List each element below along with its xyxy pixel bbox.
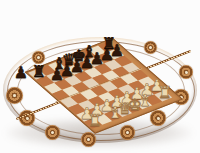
piece-white-rook[interactable]: ♜ bbox=[158, 85, 172, 101]
piece-white-bishop[interactable]: ♝ bbox=[108, 105, 122, 121]
inlay-dot-icon bbox=[126, 131, 129, 134]
inlay-dot-icon bbox=[87, 138, 90, 141]
piece-white-rook[interactable]: ♜ bbox=[88, 113, 102, 129]
piece-black-rook[interactable]: ♜ bbox=[32, 64, 46, 80]
inlay-dot-icon bbox=[26, 117, 29, 120]
inlay-dot-icon bbox=[37, 56, 40, 59]
inlay-dot-icon bbox=[185, 71, 188, 74]
inlay-dot-icon bbox=[149, 46, 152, 49]
piece-black-pawn[interactable]: ♟ bbox=[14, 65, 28, 81]
inlay-dot-icon bbox=[13, 94, 16, 97]
inlay-dot-icon bbox=[51, 131, 54, 134]
inlay-dot-icon bbox=[157, 117, 160, 120]
piece-black-pawn[interactable]: ♟ bbox=[50, 67, 64, 83]
chess-set-photo: ♜♝♛♚♝♜♟♟♟♟♟♟♟♟♟♟♟♟♟♟♟♜♝♛♚♝♜♟ bbox=[0, 0, 200, 153]
